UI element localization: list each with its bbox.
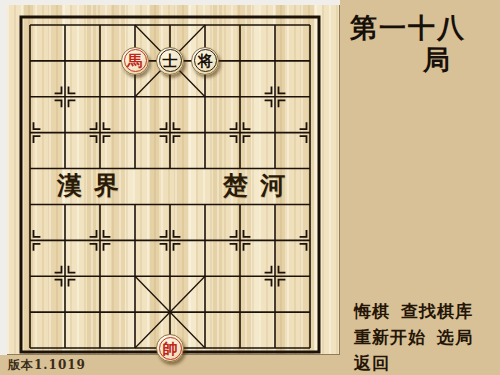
version-label: 版本1.1019 (8, 356, 86, 374)
menu-search-library[interactable]: 查找棋库 (401, 298, 473, 324)
piece-glyph: 士 (163, 54, 178, 69)
menu-back[interactable]: 返回 (354, 350, 390, 375)
puzzle-title: 第一十八 局 (350, 12, 466, 76)
menu-undo[interactable]: 悔棋 (354, 298, 390, 324)
piece-red-marshal[interactable]: 帥 (156, 334, 184, 362)
river-label-right: 楚河 (223, 171, 297, 201)
xiangqi-app: 漢界 楚河 馬士将帥 第一十八 局 悔棋 查找棋库 重新开始 选局 返回 版本1… (0, 0, 500, 375)
board[interactable]: 漢界 楚河 馬士将帥 (7, 5, 340, 355)
river-label-left: 漢界 (57, 171, 131, 201)
menu-row-3: 返回 (354, 350, 473, 375)
piece-black-advisor[interactable]: 士 (156, 47, 184, 75)
menu-row-2: 重新开始 选局 (354, 324, 473, 350)
menu-row-1: 悔棋 查找棋库 (354, 298, 473, 324)
piece-black-general[interactable]: 将 (191, 47, 219, 75)
puzzle-title-line2: 局 (350, 44, 466, 76)
piece-glyph: 馬 (128, 54, 143, 69)
sidebar: 第一十八 局 悔棋 查找棋库 重新开始 选局 返回 (340, 0, 500, 375)
menu-select-game[interactable]: 选局 (437, 324, 473, 350)
menu: 悔棋 查找棋库 重新开始 选局 返回 (354, 298, 473, 375)
piece-glyph: 将 (198, 54, 213, 69)
piece-red-horse[interactable]: 馬 (121, 47, 149, 75)
piece-glyph: 帥 (163, 341, 178, 356)
menu-restart[interactable]: 重新开始 (354, 324, 426, 350)
puzzle-title-line1: 第一十八 (350, 12, 466, 44)
